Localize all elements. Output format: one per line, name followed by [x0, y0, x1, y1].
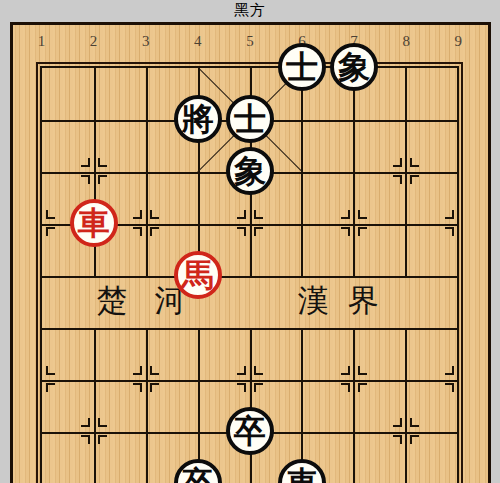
position-marker: [133, 227, 142, 236]
position-marker: [254, 383, 263, 392]
column-label: 5: [246, 33, 254, 50]
position-marker: [341, 210, 350, 219]
position-marker: [46, 227, 55, 236]
column-label: 8: [402, 33, 410, 50]
position-marker: [237, 383, 246, 392]
position-marker: [133, 383, 142, 392]
position-marker: [393, 435, 402, 444]
position-marker: [410, 418, 419, 427]
position-marker: [46, 383, 55, 392]
position-marker: [150, 383, 159, 392]
position-marker: [410, 158, 419, 167]
position-marker: [393, 158, 402, 167]
piece-black[interactable]: 象: [226, 147, 274, 195]
position-marker: [445, 210, 454, 219]
column-label: 4: [194, 33, 202, 50]
position-marker: [150, 227, 159, 236]
position-marker: [358, 210, 367, 219]
xiangqi-board: 123456789 楚河漢界 士象將士象車馬卒卒車: [10, 22, 491, 483]
position-marker: [393, 418, 402, 427]
column-label: 3: [142, 33, 150, 50]
river-char: 楚: [97, 280, 128, 322]
position-marker: [150, 366, 159, 375]
column-label: 2: [90, 33, 98, 50]
column-label: 1: [38, 33, 46, 50]
position-marker: [254, 227, 263, 236]
position-marker: [358, 366, 367, 375]
position-marker: [150, 210, 159, 219]
board-cell[interactable]: [94, 68, 146, 120]
position-marker: [237, 227, 246, 236]
position-marker: [341, 366, 350, 375]
position-marker: [81, 175, 90, 184]
position-marker: [445, 383, 454, 392]
position-marker: [341, 227, 350, 236]
top-side-label: 黑方: [234, 1, 266, 20]
position-marker: [237, 366, 246, 375]
board-cell[interactable]: [42, 68, 94, 120]
position-marker: [358, 227, 367, 236]
position-marker: [133, 366, 142, 375]
position-marker: [254, 210, 263, 219]
position-marker: [393, 175, 402, 184]
board-cell[interactable]: [301, 120, 353, 172]
board-cell[interactable]: [42, 276, 94, 328]
piece-black[interactable]: 象: [330, 43, 378, 91]
position-marker: [98, 435, 107, 444]
piece-black[interactable]: 將: [174, 95, 222, 143]
piece-black[interactable]: 士: [278, 43, 326, 91]
river-char: 界: [348, 280, 379, 322]
position-marker: [81, 435, 90, 444]
piece-red[interactable]: 馬: [174, 251, 222, 299]
position-marker: [46, 210, 55, 219]
position-marker: [81, 158, 90, 167]
position-marker: [410, 435, 419, 444]
piece-red[interactable]: 車: [70, 199, 118, 247]
position-marker: [237, 210, 246, 219]
river-char: 漢: [298, 280, 329, 322]
position-marker: [358, 383, 367, 392]
position-marker: [254, 366, 263, 375]
position-marker: [445, 366, 454, 375]
position-marker: [81, 418, 90, 427]
position-marker: [98, 158, 107, 167]
piece-black[interactable]: 卒: [226, 407, 274, 455]
position-marker: [46, 366, 55, 375]
piece-black[interactable]: 士: [226, 95, 274, 143]
position-marker: [98, 418, 107, 427]
position-marker: [98, 175, 107, 184]
board-cell[interactable]: [405, 68, 457, 120]
position-marker: [341, 383, 350, 392]
position-marker: [445, 227, 454, 236]
column-label: 9: [455, 33, 463, 50]
position-marker: [410, 175, 419, 184]
xiangqi-app-window: 黑方 123456789 楚河漢界 士象將士象車馬卒卒車: [0, 0, 500, 483]
board-cell[interactable]: [250, 276, 302, 328]
board-cell[interactable]: [405, 276, 457, 328]
position-marker: [133, 210, 142, 219]
